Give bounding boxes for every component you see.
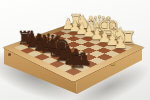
board-scene: ♜♞♝♛♚♝♞♜♟♟♟♟♟♟♟♟♟♟♟♟♟♟♟♟♜♞♝♛♚♝♞♜	[11, 0, 136, 100]
chess-set-photo: ♜♞♝♛♚♝♞♜♟♟♟♟♟♟♟♟♟♟♟♟♟♟♟♟♜♞♝♛♚♝♞♜	[0, 0, 150, 100]
square-h8: ♜	[65, 68, 82, 76]
board-tilt: ♜♞♝♛♚♝♞♜♟♟♟♟♟♟♟♟♟♟♟♟♟♟♟♟♜♞♝♛♚♝♞♜	[3, 23, 144, 82]
white-rook-h1: ♜	[120, 29, 131, 47]
chess-board: ♜♞♝♛♚♝♞♜♟♟♟♟♟♟♟♟♟♟♟♟♟♟♟♟♜♞♝♛♚♝♞♜	[14, 26, 133, 75]
board-frame: ♜♞♝♛♚♝♞♜♟♟♟♟♟♟♟♟♟♟♟♟♟♟♟♟♜♞♝♛♚♝♞♜	[3, 23, 144, 82]
black-pawn-a7: ♟	[25, 29, 35, 45]
white-knight-g1: ♞	[112, 25, 122, 45]
white-rook-a1: ♜	[69, 12, 78, 28]
